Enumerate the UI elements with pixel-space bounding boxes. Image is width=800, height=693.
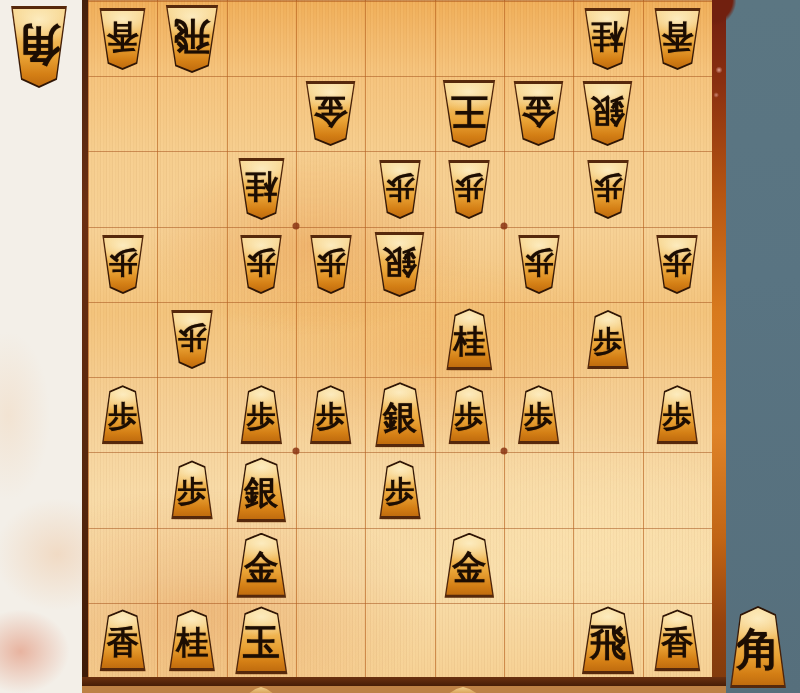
frame-ornament [712, 0, 746, 36]
piece-pawn-sente[interactable]: 歩 [238, 385, 284, 444]
piece-kanji: 歩 [177, 323, 206, 352]
piece-kanji: 歩 [524, 248, 553, 277]
piece-body: 玉 [234, 608, 288, 671]
square-3-1[interactable] [504, 1, 573, 76]
square-3-8[interactable] [504, 528, 573, 603]
piece-body: 金 [444, 535, 495, 595]
piece-pawn-gote[interactable]: 歩 [377, 160, 423, 219]
piece-king-gote[interactable]: 王 [440, 80, 498, 148]
square-2-1[interactable]: 桂 [573, 1, 642, 76]
square-1-1[interactable]: 香 [643, 1, 712, 76]
piece-body: 歩 [448, 387, 490, 441]
piece-kanji: 飛 [589, 624, 626, 661]
square-6-2[interactable]: 金 [296, 76, 365, 151]
piece-knight-gote[interactable]: 桂 [582, 8, 633, 70]
square-1-4[interactable]: 歩 [643, 227, 712, 302]
square-1-3[interactable] [643, 151, 712, 226]
piece-bishop-sente[interactable]: 角 [727, 606, 789, 688]
shogi-app: 香飛桂香金王金銀桂歩歩歩歩歩歩銀歩歩歩桂歩歩歩歩銀歩歩歩歩銀歩金金香桂玉飛香 角… [0, 0, 800, 693]
square-6-7[interactable] [296, 452, 365, 527]
square-1-7[interactable] [643, 452, 712, 527]
piece-body: 歩 [518, 387, 560, 441]
piece-silver-gote[interactable]: 銀 [372, 232, 427, 297]
square-2-3[interactable]: 歩 [573, 151, 642, 226]
piece-pawn-sente[interactable]: 歩 [377, 460, 423, 519]
square-7-3[interactable]: 桂 [227, 151, 296, 226]
piece-knight-sente[interactable]: 桂 [444, 308, 495, 370]
square-2-6[interactable] [573, 377, 642, 452]
piece-silver-sente[interactable]: 銀 [372, 382, 427, 447]
piece-body: 桂 [584, 11, 631, 68]
square-8-3[interactable] [157, 151, 226, 226]
piece-kanji: 歩 [593, 327, 622, 356]
square-6-9[interactable] [296, 603, 365, 678]
square-5-7[interactable]: 歩 [365, 452, 434, 527]
square-7-5[interactable] [227, 302, 296, 377]
piece-body: 金 [513, 84, 564, 144]
square-5-8[interactable] [365, 528, 434, 603]
square-7-6[interactable]: 歩 [227, 377, 296, 452]
piece-body: 桂 [446, 310, 493, 367]
piece-kanji: 香 [661, 626, 693, 658]
piece-pawn-gote[interactable]: 歩 [585, 160, 631, 219]
piece-kanji: 歩 [663, 402, 692, 431]
piece-lance-sente[interactable]: 香 [97, 609, 148, 671]
square-4-1[interactable] [435, 1, 504, 76]
square-1-8[interactable] [643, 528, 712, 603]
piece-kanji: 歩 [177, 477, 206, 506]
piece-body: 香 [99, 611, 146, 668]
piece-pawn-gote[interactable]: 歩 [446, 160, 492, 219]
piece-kanji: 金 [452, 550, 486, 584]
square-6-6[interactable]: 歩 [296, 377, 365, 452]
piece-pawn-gote[interactable]: 歩 [238, 235, 284, 294]
piece-lance-gote[interactable]: 香 [97, 8, 148, 70]
square-2-7[interactable] [573, 452, 642, 527]
square-4-3[interactable]: 歩 [435, 151, 504, 226]
square-4-4[interactable] [435, 227, 504, 302]
piece-kanji: 桂 [453, 325, 485, 357]
gote-hand-tray: 角 [8, 6, 70, 88]
piece-kanji: 銀 [244, 475, 278, 509]
square-3-6[interactable]: 歩 [504, 377, 573, 452]
piece-knight-sente[interactable]: 桂 [166, 609, 217, 671]
square-3-2[interactable]: 金 [504, 76, 573, 151]
piece-body: 歩 [656, 238, 698, 292]
piece-pawn-sente[interactable]: 歩 [100, 385, 146, 444]
square-8-8[interactable] [157, 528, 226, 603]
piece-body: 銀 [236, 459, 287, 519]
piece-kanji: 歩 [385, 173, 414, 202]
piece-kanji: 歩 [524, 402, 553, 431]
piece-kanji: 香 [661, 21, 693, 53]
square-9-1[interactable]: 香 [88, 1, 157, 76]
square-6-5[interactable] [296, 302, 365, 377]
piece-kanji: 銀 [383, 245, 417, 279]
piece-body: 銀 [374, 235, 425, 295]
piece-gold-sente[interactable]: 金 [442, 533, 497, 598]
piece-body: 桂 [168, 611, 215, 668]
piece-knight-gote[interactable]: 桂 [236, 158, 287, 220]
piece-body: 銀 [582, 84, 633, 144]
square-5-6[interactable]: 銀 [365, 377, 434, 452]
piece-kanji: 歩 [455, 173, 484, 202]
square-7-1[interactable] [227, 1, 296, 76]
piece-pawn-sente[interactable]: 歩 [585, 310, 631, 369]
piece-pawn-gote[interactable]: 歩 [516, 235, 562, 294]
sente-hand-tray: 角 [727, 606, 789, 688]
square-9-4[interactable]: 歩 [88, 227, 157, 302]
piece-body: 歩 [102, 238, 144, 292]
piece-pawn-gote[interactable]: 歩 [308, 235, 354, 294]
square-2-4[interactable] [573, 227, 642, 302]
piece-king-sente[interactable]: 玉 [232, 606, 290, 674]
star-point [293, 448, 300, 455]
piece-kanji: 桂 [176, 626, 208, 658]
piece-kanji: 香 [107, 21, 139, 53]
piece-silver-sente[interactable]: 銀 [234, 457, 289, 522]
piece-kanji: 歩 [108, 248, 137, 277]
piece-pawn-gote[interactable]: 歩 [100, 235, 146, 294]
star-point [293, 222, 300, 229]
square-7-7[interactable]: 銀 [227, 452, 296, 527]
piece-silver-gote[interactable]: 銀 [580, 81, 635, 146]
square-9-7[interactable] [88, 452, 157, 527]
square-8-7[interactable]: 歩 [157, 452, 226, 527]
piece-kanji: 銀 [591, 95, 625, 129]
piece-body: 飛 [581, 608, 635, 671]
piece-kanji: 歩 [663, 248, 692, 277]
square-1-6[interactable]: 歩 [643, 377, 712, 452]
piece-pawn-sente[interactable]: 歩 [308, 385, 354, 444]
piece-bishop-gote[interactable]: 角 [8, 6, 70, 88]
piece-body: 飛 [165, 8, 219, 71]
piece-pawn-sente[interactable]: 歩 [654, 385, 700, 444]
piece-body: 香 [654, 11, 701, 68]
square-9-2[interactable] [88, 76, 157, 151]
peeking-piece [248, 687, 274, 693]
piece-pawn-sente[interactable]: 歩 [169, 460, 215, 519]
piece-lance-sente[interactable]: 香 [652, 609, 703, 671]
square-9-6[interactable]: 歩 [88, 377, 157, 452]
piece-body: 歩 [656, 387, 698, 441]
square-1-2[interactable] [643, 76, 712, 151]
piece-kanji: 香 [107, 626, 139, 658]
piece-body: 銀 [374, 384, 425, 444]
square-3-4[interactable]: 歩 [504, 227, 573, 302]
square-4-7[interactable] [435, 452, 504, 527]
piece-kanji: 歩 [247, 402, 276, 431]
square-6-8[interactable] [296, 528, 365, 603]
square-5-5[interactable] [365, 302, 434, 377]
piece-body: 歩 [171, 313, 213, 367]
piece-body: 金 [236, 535, 287, 595]
board-bottom-edge [82, 677, 726, 686]
piece-body: 歩 [448, 163, 490, 217]
square-4-2[interactable]: 王 [435, 76, 504, 151]
piece-body: 香 [99, 11, 146, 68]
piece-rook-sente[interactable]: 飛 [579, 606, 637, 674]
piece-body: 金 [305, 84, 356, 144]
square-8-6[interactable] [157, 377, 226, 452]
piece-pawn-gote[interactable]: 歩 [169, 310, 215, 369]
piece-kanji: 歩 [593, 173, 622, 202]
piece-kanji: 銀 [383, 400, 417, 434]
piece-body: 歩 [310, 387, 352, 441]
square-3-7[interactable] [504, 452, 573, 527]
square-6-4[interactable]: 歩 [296, 227, 365, 302]
piece-body: 歩 [518, 238, 560, 292]
piece-lance-gote[interactable]: 香 [652, 8, 703, 70]
piece-kanji: 桂 [245, 171, 277, 203]
star-point [501, 222, 508, 229]
square-9-3[interactable] [88, 151, 157, 226]
square-1-5[interactable] [643, 302, 712, 377]
piece-body: 歩 [587, 163, 629, 217]
piece-kanji: 歩 [385, 477, 414, 506]
square-1-9[interactable]: 香 [643, 603, 712, 678]
square-5-9[interactable] [365, 603, 434, 678]
square-7-8[interactable]: 金 [227, 528, 296, 603]
star-point [501, 448, 508, 455]
piece-pawn-sente[interactable]: 歩 [446, 385, 492, 444]
piece-kanji: 歩 [316, 248, 345, 277]
square-2-8[interactable] [573, 528, 642, 603]
square-5-2[interactable] [365, 76, 434, 151]
square-8-4[interactable] [157, 227, 226, 302]
piece-kanji: 金 [522, 95, 556, 129]
square-6-3[interactable] [296, 151, 365, 226]
piece-kanji: 歩 [316, 402, 345, 431]
square-9-8[interactable] [88, 528, 157, 603]
square-7-2[interactable] [227, 76, 296, 151]
shogi-board: 香飛桂香金王金銀桂歩歩歩歩歩歩銀歩歩歩桂歩歩歩歩銀歩歩歩歩銀歩金金香桂玉飛香 [88, 0, 712, 678]
piece-gold-gote[interactable]: 金 [511, 81, 566, 146]
piece-body: 歩 [240, 238, 282, 292]
piece-gold-gote[interactable]: 金 [303, 81, 358, 146]
square-9-9[interactable]: 香 [88, 603, 157, 678]
piece-body: 歩 [240, 387, 282, 441]
square-3-5[interactable] [504, 302, 573, 377]
piece-kanji: 桂 [592, 21, 624, 53]
square-5-4[interactable]: 銀 [365, 227, 434, 302]
square-8-1[interactable]: 飛 [157, 1, 226, 76]
piece-kanji: 飛 [173, 18, 210, 55]
square-3-3[interactable] [504, 151, 573, 226]
piece-stand-strip [82, 686, 726, 693]
piece-body: 桂 [238, 161, 285, 218]
square-9-5[interactable] [88, 302, 157, 377]
square-4-8[interactable]: 金 [435, 528, 504, 603]
square-5-1[interactable] [365, 1, 434, 76]
piece-kanji: 金 [244, 550, 278, 584]
square-8-2[interactable] [157, 76, 226, 151]
square-3-9[interactable] [504, 603, 573, 678]
piece-gold-sente[interactable]: 金 [234, 533, 289, 598]
square-4-9[interactable] [435, 603, 504, 678]
piece-body: 歩 [379, 163, 421, 217]
piece-body: 角 [10, 9, 68, 86]
piece-kanji: 歩 [455, 402, 484, 431]
square-7-4[interactable]: 歩 [227, 227, 296, 302]
piece-body: 歩 [587, 312, 629, 366]
piece-kanji: 王 [451, 93, 488, 130]
piece-pawn-sente[interactable]: 歩 [516, 385, 562, 444]
piece-kanji: 角 [17, 23, 61, 67]
piece-rook-gote[interactable]: 飛 [163, 5, 221, 73]
piece-body: 王 [442, 83, 496, 146]
piece-body: 歩 [379, 462, 421, 516]
square-6-1[interactable] [296, 1, 365, 76]
square-5-3[interactable]: 歩 [365, 151, 434, 226]
piece-kanji: 角 [736, 627, 780, 671]
square-8-9[interactable]: 桂 [157, 603, 226, 678]
square-2-9[interactable]: 飛 [573, 603, 642, 678]
piece-kanji: 玉 [243, 624, 280, 661]
side-panel-background [726, 0, 800, 693]
piece-kanji: 歩 [108, 402, 137, 431]
piece-body: 角 [729, 608, 787, 685]
square-8-5[interactable]: 歩 [157, 302, 226, 377]
square-7-9[interactable]: 玉 [227, 603, 296, 678]
peeking-piece [448, 687, 478, 693]
piece-body: 香 [654, 611, 701, 668]
piece-body: 歩 [310, 238, 352, 292]
square-2-5[interactable]: 歩 [573, 302, 642, 377]
piece-pawn-gote[interactable]: 歩 [654, 235, 700, 294]
square-4-5[interactable]: 桂 [435, 302, 504, 377]
board-frame-right [712, 0, 726, 693]
piece-kanji: 金 [314, 95, 348, 129]
table-background-left [0, 0, 82, 693]
piece-body: 歩 [102, 387, 144, 441]
piece-kanji: 歩 [247, 248, 276, 277]
square-2-2[interactable]: 銀 [573, 76, 642, 151]
piece-body: 歩 [171, 462, 213, 516]
square-4-6[interactable]: 歩 [435, 377, 504, 452]
